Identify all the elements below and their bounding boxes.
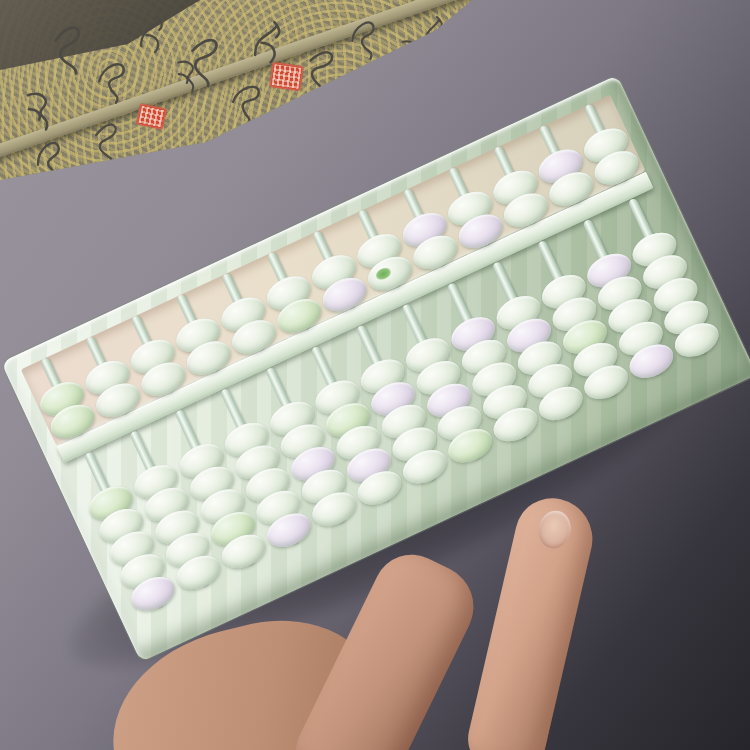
- index-finger: [462, 491, 601, 750]
- photo-scene: [0, 0, 750, 750]
- fingernail: [535, 507, 575, 551]
